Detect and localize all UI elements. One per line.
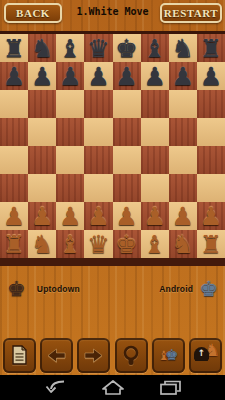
square-b8[interactable]: ♞ — [28, 34, 56, 62]
square-c1[interactable]: ♝ — [56, 230, 84, 258]
header-bar: BACK 1.White Move RESTART — [0, 0, 225, 31]
black-bishop[interactable]: ♝ — [143, 36, 165, 62]
black-pawn[interactable]: ♟ — [3, 64, 25, 90]
white-pawn[interactable]: ♟ — [31, 204, 53, 230]
square-h1[interactable]: ♜ — [197, 230, 225, 258]
square-g8[interactable]: ♞ — [169, 34, 197, 62]
redo-move-button[interactable] — [77, 338, 110, 373]
square-a3[interactable] — [0, 174, 28, 202]
white-rook[interactable]: ♜ — [200, 232, 222, 258]
square-e5[interactable] — [113, 118, 141, 146]
square-b3[interactable] — [28, 174, 56, 202]
square-g1[interactable]: ♞ — [169, 230, 197, 258]
square-g3[interactable] — [169, 174, 197, 202]
arrow-right-icon — [83, 348, 104, 363]
white-pawn[interactable]: ♟ — [143, 204, 165, 230]
square-d4[interactable] — [84, 146, 112, 174]
square-d7[interactable]: ♟ — [84, 62, 112, 90]
hint-button[interactable] — [115, 338, 148, 373]
white-pawn[interactable]: ♟ — [87, 204, 109, 230]
restart-button[interactable]: RESTART — [160, 3, 222, 23]
square-e4[interactable] — [113, 146, 141, 174]
square-h2[interactable]: ♟ — [197, 202, 225, 230]
square-d6[interactable] — [84, 90, 112, 118]
level-button[interactable]: ♞ ↑ — [189, 338, 222, 373]
square-a1[interactable]: ♜ — [0, 230, 28, 258]
chess-board: ♜♞♝♛♚♝♞♜♟♟♟♟♟♟♟♟♟♟♟♟♟♟♟♟♜♞♝♛♚♝♞♜ — [0, 34, 225, 258]
square-b2[interactable]: ♟ — [28, 202, 56, 230]
square-f1[interactable]: ♝ — [141, 230, 169, 258]
black-pawn[interactable]: ♟ — [143, 64, 165, 90]
square-a2[interactable]: ♟ — [0, 202, 28, 230]
square-c7[interactable]: ♟ — [56, 62, 84, 90]
square-e2[interactable]: ♟ — [113, 202, 141, 230]
white-pawn[interactable]: ♟ — [115, 204, 137, 230]
square-e6[interactable] — [113, 90, 141, 118]
square-b7[interactable]: ♟ — [28, 62, 56, 90]
white-rook[interactable]: ♜ — [3, 232, 25, 258]
square-g2[interactable]: ♟ — [169, 202, 197, 230]
black-king[interactable]: ♚ — [115, 36, 137, 62]
white-knight[interactable]: ♞ — [172, 232, 194, 258]
white-pawn[interactable]: ♟ — [200, 204, 222, 230]
document-icon — [11, 345, 28, 365]
black-player-name: Android — [159, 284, 193, 294]
black-rook[interactable]: ♜ — [200, 36, 222, 62]
square-h8[interactable]: ♜ — [197, 34, 225, 62]
square-f2[interactable]: ♟ — [141, 202, 169, 230]
square-c2[interactable]: ♟ — [56, 202, 84, 230]
android-home-icon[interactable] — [100, 379, 126, 396]
square-b1[interactable]: ♞ — [28, 230, 56, 258]
square-e7[interactable]: ♟ — [113, 62, 141, 90]
black-pawn[interactable]: ♟ — [115, 64, 137, 90]
black-pawn[interactable]: ♟ — [172, 64, 194, 90]
black-queen[interactable]: ♛ — [87, 36, 109, 62]
black-pawn[interactable]: ♟ — [200, 64, 222, 90]
black-pawn[interactable]: ♟ — [59, 64, 81, 90]
square-g4[interactable] — [169, 146, 197, 174]
white-bishop[interactable]: ♝ — [59, 232, 81, 258]
move-list-button[interactable] — [3, 338, 36, 373]
app-screen: BACK 1.White Move RESTART ♜♞♝♛♚♝♞♜♟♟♟♟♟♟… — [0, 0, 225, 400]
black-rook[interactable]: ♜ — [3, 36, 25, 62]
square-d8[interactable]: ♛ — [84, 34, 112, 62]
square-f7[interactable]: ♟ — [141, 62, 169, 90]
square-f8[interactable]: ♝ — [141, 34, 169, 62]
square-e3[interactable] — [113, 174, 141, 202]
square-a8[interactable]: ♜ — [0, 34, 28, 62]
square-f5[interactable] — [141, 118, 169, 146]
black-player-king-icon: ♚ — [199, 278, 218, 300]
square-d5[interactable] — [84, 118, 112, 146]
bell-up-arrow-icon: ↑ — [194, 347, 209, 360]
undo-move-button[interactable] — [40, 338, 73, 373]
white-king[interactable]: ♚ — [115, 232, 137, 258]
square-a6[interactable] — [0, 90, 28, 118]
square-a5[interactable] — [0, 118, 28, 146]
white-player-king-icon: ♚ — [7, 278, 26, 300]
white-player-name: Uptodown — [37, 284, 80, 294]
black-pawn[interactable]: ♟ — [87, 64, 109, 90]
square-h4[interactable] — [197, 146, 225, 174]
square-g5[interactable] — [169, 118, 197, 146]
players-row: ♚ Uptodown Android ♚ — [0, 272, 225, 306]
square-d1[interactable]: ♛ — [84, 230, 112, 258]
square-e1[interactable]: ♚ — [113, 230, 141, 258]
arrow-left-icon — [46, 348, 67, 363]
square-c5[interactable] — [56, 118, 84, 146]
square-f6[interactable] — [141, 90, 169, 118]
android-back-icon[interactable] — [43, 379, 69, 396]
square-f4[interactable] — [141, 146, 169, 174]
square-h5[interactable] — [197, 118, 225, 146]
black-bishop[interactable]: ♝ — [59, 36, 81, 62]
android-navigation-bar — [0, 375, 225, 400]
square-c6[interactable] — [56, 90, 84, 118]
square-g7[interactable]: ♟ — [169, 62, 197, 90]
square-b5[interactable] — [28, 118, 56, 146]
lightbulb-icon — [121, 345, 141, 366]
white-pawn[interactable]: ♟ — [172, 204, 194, 230]
square-e8[interactable]: ♚ — [113, 34, 141, 62]
choose-side-button[interactable]: ♝ ♚ — [152, 338, 185, 373]
white-knight[interactable]: ♞ — [31, 232, 53, 258]
blue-king-icon: ♚ — [165, 348, 178, 363]
board-frame: ♜♞♝♛♚♝♞♜♟♟♟♟♟♟♟♟♟♟♟♟♟♟♟♟♜♞♝♛♚♝♞♜ — [0, 31, 225, 266]
square-a4[interactable] — [0, 146, 28, 174]
white-pawn[interactable]: ♟ — [59, 204, 81, 230]
square-c3[interactable] — [56, 174, 84, 202]
white-pawn[interactable]: ♟ — [3, 204, 25, 230]
black-pawn[interactable]: ♟ — [31, 64, 53, 90]
white-bishop[interactable]: ♝ — [143, 232, 165, 258]
black-knight[interactable]: ♞ — [31, 36, 53, 62]
square-c8[interactable]: ♝ — [56, 34, 84, 62]
square-g6[interactable] — [169, 90, 197, 118]
square-b4[interactable] — [28, 146, 56, 174]
black-knight[interactable]: ♞ — [172, 36, 194, 62]
toolbar: ♝ ♚ ♞ ↑ — [3, 337, 222, 373]
square-h3[interactable] — [197, 174, 225, 202]
white-queen[interactable]: ♛ — [87, 232, 109, 258]
square-c4[interactable] — [56, 146, 84, 174]
square-h6[interactable] — [197, 90, 225, 118]
square-a7[interactable]: ♟ — [0, 62, 28, 90]
square-h7[interactable]: ♟ — [197, 62, 225, 90]
android-recents-icon[interactable] — [157, 379, 183, 396]
square-d3[interactable] — [84, 174, 112, 202]
square-d2[interactable]: ♟ — [84, 202, 112, 230]
square-f3[interactable] — [141, 174, 169, 202]
square-b6[interactable] — [28, 90, 56, 118]
